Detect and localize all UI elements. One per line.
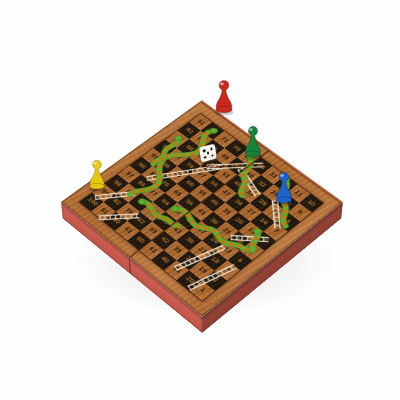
die-pip xyxy=(203,149,206,152)
perspective-scene: 9190717051503130111092897269524932291299… xyxy=(0,0,400,400)
board-square-38: 38 xyxy=(177,231,202,250)
start-arrow-icon xyxy=(199,294,207,300)
square-number: 63 xyxy=(147,208,158,216)
board-square-40: 40 xyxy=(152,250,177,270)
square-number: 15 xyxy=(246,227,257,235)
square-number: 8 xyxy=(284,219,292,225)
board-square-41: 41 xyxy=(139,240,164,260)
square-number: 44 xyxy=(184,217,195,225)
square-number: 41 xyxy=(146,246,157,254)
square-number: 19 xyxy=(196,266,207,275)
square-number: 27 xyxy=(245,208,256,216)
board-square-35: 35 xyxy=(214,203,238,222)
board-square-21: 21 xyxy=(164,260,189,280)
ladder xyxy=(228,222,271,255)
square-number: 18 xyxy=(209,256,220,265)
board-square-59: 59 xyxy=(140,221,165,240)
square-number: 6 xyxy=(260,238,268,244)
square-number: 36 xyxy=(208,217,219,225)
ladder xyxy=(173,237,226,279)
board-square-8: 8 xyxy=(275,212,300,231)
board-square-62: 62 xyxy=(128,212,153,231)
square-number: 37 xyxy=(196,227,207,235)
board-square-27: 27 xyxy=(238,203,262,222)
board-square-2: 2 xyxy=(202,270,227,290)
snakes-and-ladders-art xyxy=(61,101,342,317)
board-top-face: 9190717051503130111092897269524932291299… xyxy=(61,100,343,317)
square-number: 35 xyxy=(221,208,232,216)
game-board-box: 9190717051503130111092897269524932291299… xyxy=(61,100,343,317)
die-pip xyxy=(211,154,214,157)
board-square-7: 7 xyxy=(263,222,288,241)
square-number: 45 xyxy=(196,208,207,216)
die-pip xyxy=(210,147,213,150)
fold-seam-side xyxy=(129,257,131,274)
board-square-24: 24 xyxy=(202,231,227,250)
pawn-red xyxy=(212,78,237,116)
board-square-80: 80 xyxy=(103,212,128,231)
square-number: 9 xyxy=(296,209,304,215)
board-square-42: 42 xyxy=(152,231,177,250)
square-number: 60 xyxy=(134,236,145,244)
board-square-43: 43 xyxy=(164,221,189,240)
square-number: 26 xyxy=(233,217,244,225)
square-number: 17 xyxy=(221,246,232,254)
square-number: 79 xyxy=(123,208,133,216)
pawn-yellow xyxy=(86,158,108,192)
board-square-22: 22 xyxy=(177,250,202,270)
square-number: 42 xyxy=(159,236,170,244)
board-square-81: 81 xyxy=(91,202,115,221)
board-square-6: 6 xyxy=(251,231,276,250)
square-number: 1 xyxy=(198,287,206,293)
board-square-1: 1 xyxy=(189,280,215,301)
board-square-60: 60 xyxy=(127,231,152,250)
snake xyxy=(123,125,224,200)
ladder xyxy=(187,257,238,298)
board-square-3: 3 xyxy=(214,260,239,280)
board-square-14: 14 xyxy=(251,212,276,231)
pawn-green xyxy=(241,124,264,160)
ladder xyxy=(97,200,142,235)
board-square-23: 23 xyxy=(189,241,214,261)
square-number: 59 xyxy=(147,227,158,235)
pawn-blue xyxy=(272,170,295,206)
square-number: 25 xyxy=(221,227,232,235)
square-number: 5 xyxy=(248,248,256,254)
board-square-5: 5 xyxy=(239,241,264,261)
board-square-36: 36 xyxy=(201,212,226,231)
square-number: 3 xyxy=(223,267,231,273)
board-square-45: 45 xyxy=(189,203,213,222)
snake-head xyxy=(252,227,263,235)
board-square-57: 57 xyxy=(165,202,189,221)
square-number: 58 xyxy=(159,217,170,225)
square-number: 81 xyxy=(98,207,108,215)
board-square-61: 61 xyxy=(115,221,140,240)
square-number: 24 xyxy=(209,236,220,244)
product-photo-stage: 9190717051503130111092897269524932291299… xyxy=(0,0,400,400)
snake xyxy=(137,197,179,230)
snake-head xyxy=(170,205,181,213)
square-number: 62 xyxy=(135,217,146,225)
board-square-16: 16 xyxy=(226,231,251,250)
square-number: 61 xyxy=(122,226,133,234)
square-number: 38 xyxy=(184,236,195,244)
board-square-19: 19 xyxy=(189,260,214,280)
square-number: 4 xyxy=(236,257,244,263)
board-square-15: 15 xyxy=(239,222,264,241)
board-square-18: 18 xyxy=(202,250,227,270)
snake xyxy=(240,227,269,250)
board-square-20: 20 xyxy=(177,270,202,290)
square-number: 2 xyxy=(211,277,219,283)
board-square-4: 4 xyxy=(227,251,252,271)
square-number: 21 xyxy=(171,266,182,275)
board-square-44: 44 xyxy=(177,212,202,231)
die-pip xyxy=(207,151,210,154)
board-square-26: 26 xyxy=(226,212,251,231)
square-number: 7 xyxy=(272,228,280,234)
board-square-63: 63 xyxy=(140,202,164,221)
square-number: 13 xyxy=(270,208,281,216)
square-number: 23 xyxy=(196,246,207,254)
snake xyxy=(170,198,250,260)
board-square-79: 79 xyxy=(116,202,140,221)
square-number: 22 xyxy=(184,256,195,265)
board-square-17: 17 xyxy=(214,241,239,261)
board-square-58: 58 xyxy=(152,212,177,231)
board-square-37: 37 xyxy=(189,221,214,240)
square-number: 14 xyxy=(258,218,269,226)
square-number: 57 xyxy=(172,208,183,216)
square-number: 16 xyxy=(234,237,245,245)
square-number: 43 xyxy=(172,227,183,235)
board-square-25: 25 xyxy=(214,221,239,240)
square-number: 39 xyxy=(171,246,182,254)
square-number: 20 xyxy=(184,276,195,285)
board-square-39: 39 xyxy=(164,240,189,260)
square-number: 40 xyxy=(159,256,170,265)
snake-head xyxy=(137,197,148,205)
die-pip xyxy=(203,156,206,159)
square-number: 80 xyxy=(110,217,121,225)
